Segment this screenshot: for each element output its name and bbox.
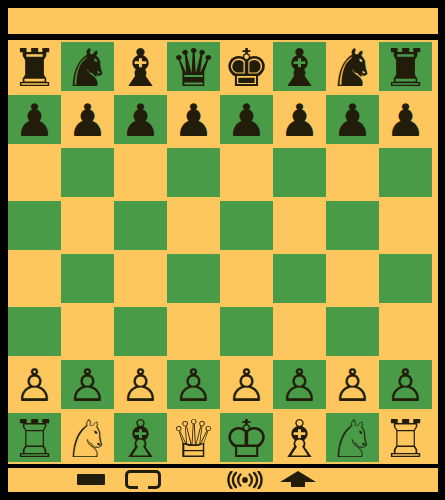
open-rectangle-notch xyxy=(138,486,148,489)
piece-black-queen[interactable]: ♛ xyxy=(170,42,217,94)
square-b5[interactable] xyxy=(61,199,114,252)
up-arrow-stem xyxy=(291,482,305,487)
piece-white-pawn[interactable]: ♙ xyxy=(67,363,107,408)
piece-black-bishop[interactable]: ♝ xyxy=(276,42,323,94)
square-d6[interactable] xyxy=(167,146,220,199)
piece-white-pawn[interactable]: ♙ xyxy=(385,363,425,408)
piece-black-rook[interactable]: ♜ xyxy=(382,42,429,94)
piece-white-pawn[interactable]: ♙ xyxy=(173,363,213,408)
square-h5[interactable] xyxy=(379,199,432,252)
sound-icon[interactable] xyxy=(227,471,263,489)
board-grid: ♜♞♝♛♚♝♞♜♟♟♟♟♟♟♟♟♙♙♙♙♙♙♙♙♖♘♗♕♔♗♘♖ xyxy=(8,40,432,464)
piece-black-rook[interactable]: ♜ xyxy=(11,42,58,94)
square-c1[interactable]: ♗ xyxy=(114,411,167,464)
piece-white-pawn[interactable]: ♙ xyxy=(279,363,319,408)
piece-black-pawn[interactable]: ♟ xyxy=(226,98,266,143)
square-e8[interactable]: ♚ xyxy=(220,40,273,93)
square-d1[interactable]: ♕ xyxy=(167,411,220,464)
square-e3[interactable] xyxy=(220,305,273,358)
square-b6[interactable] xyxy=(61,146,114,199)
square-f3[interactable] xyxy=(273,305,326,358)
open-rectangle-icon[interactable] xyxy=(125,470,161,489)
piece-white-pawn[interactable]: ♙ xyxy=(14,363,54,408)
square-c7[interactable]: ♟ xyxy=(114,93,167,146)
title-bar xyxy=(8,8,438,34)
square-a5[interactable] xyxy=(8,199,61,252)
piece-black-knight[interactable]: ♞ xyxy=(329,42,376,94)
square-a2[interactable]: ♙ xyxy=(8,358,61,411)
square-h2[interactable]: ♙ xyxy=(379,358,432,411)
square-h8[interactable]: ♜ xyxy=(379,40,432,93)
square-f1[interactable]: ♗ xyxy=(273,411,326,464)
square-c4[interactable] xyxy=(114,252,167,305)
piece-white-pawn[interactable]: ♙ xyxy=(226,363,266,408)
piece-black-knight[interactable]: ♞ xyxy=(64,42,111,94)
square-h1[interactable]: ♖ xyxy=(379,411,432,464)
square-c8[interactable]: ♝ xyxy=(114,40,167,93)
square-e6[interactable] xyxy=(220,146,273,199)
piece-white-rook[interactable]: ♖ xyxy=(11,413,58,465)
piece-black-pawn[interactable]: ♟ xyxy=(173,98,213,143)
piece-black-bishop[interactable]: ♝ xyxy=(117,42,164,94)
solid-rectangle-icon[interactable] xyxy=(77,474,105,485)
square-d8[interactable]: ♛ xyxy=(167,40,220,93)
square-b3[interactable] xyxy=(61,305,114,358)
piece-white-pawn[interactable]: ♙ xyxy=(120,363,160,408)
square-g3[interactable] xyxy=(326,305,379,358)
square-d5[interactable] xyxy=(167,199,220,252)
piece-black-pawn[interactable]: ♟ xyxy=(385,98,425,143)
piece-white-knight[interactable]: ♘ xyxy=(64,413,111,465)
square-h4[interactable] xyxy=(379,252,432,305)
square-g8[interactable]: ♞ xyxy=(326,40,379,93)
square-d2[interactable]: ♙ xyxy=(167,358,220,411)
console-frame: ♜♞♝♛♚♝♞♜♟♟♟♟♟♟♟♟♙♙♙♙♙♙♙♙♖♘♗♕♔♗♘♖ xyxy=(0,0,445,500)
piece-black-pawn[interactable]: ♟ xyxy=(332,98,372,143)
piece-black-pawn[interactable]: ♟ xyxy=(120,98,160,143)
square-e7[interactable]: ♟ xyxy=(220,93,273,146)
square-e1[interactable]: ♔ xyxy=(220,411,273,464)
square-a3[interactable] xyxy=(8,305,61,358)
square-g6[interactable] xyxy=(326,146,379,199)
square-f5[interactable] xyxy=(273,199,326,252)
square-f8[interactable]: ♝ xyxy=(273,40,326,93)
square-h7[interactable]: ♟ xyxy=(379,93,432,146)
piece-black-pawn[interactable]: ♟ xyxy=(67,98,107,143)
piece-white-bishop[interactable]: ♗ xyxy=(276,413,323,465)
square-f6[interactable] xyxy=(273,146,326,199)
piece-white-bishop[interactable]: ♗ xyxy=(117,413,164,465)
square-c2[interactable]: ♙ xyxy=(114,358,167,411)
piece-white-pawn[interactable]: ♙ xyxy=(332,363,372,408)
chess-board: ♜♞♝♛♚♝♞♜♟♟♟♟♟♟♟♟♙♙♙♙♙♙♙♙♖♘♗♕♔♗♘♖ xyxy=(8,40,438,464)
toolbar xyxy=(8,468,438,492)
square-e2[interactable]: ♙ xyxy=(220,358,273,411)
square-g2[interactable]: ♙ xyxy=(326,358,379,411)
square-b4[interactable] xyxy=(61,252,114,305)
square-f7[interactable]: ♟ xyxy=(273,93,326,146)
square-g5[interactable] xyxy=(326,199,379,252)
square-b8[interactable]: ♞ xyxy=(61,40,114,93)
square-g4[interactable] xyxy=(326,252,379,305)
square-g1[interactable]: ♘ xyxy=(326,411,379,464)
up-arrow-head xyxy=(280,471,316,482)
square-b1[interactable]: ♘ xyxy=(61,411,114,464)
square-a7[interactable]: ♟ xyxy=(8,93,61,146)
square-b7[interactable]: ♟ xyxy=(61,93,114,146)
square-d3[interactable] xyxy=(167,305,220,358)
piece-black-pawn[interactable]: ♟ xyxy=(279,98,319,143)
square-a4[interactable] xyxy=(8,252,61,305)
piece-black-king[interactable]: ♚ xyxy=(223,42,270,94)
square-c5[interactable] xyxy=(114,199,167,252)
piece-white-knight[interactable]: ♘ xyxy=(329,413,376,465)
square-f4[interactable] xyxy=(273,252,326,305)
square-d7[interactable]: ♟ xyxy=(167,93,220,146)
square-c6[interactable] xyxy=(114,146,167,199)
square-c3[interactable] xyxy=(114,305,167,358)
piece-white-rook[interactable]: ♖ xyxy=(382,413,429,465)
square-d4[interactable] xyxy=(167,252,220,305)
piece-white-king[interactable]: ♔ xyxy=(223,413,270,465)
square-e4[interactable] xyxy=(220,252,273,305)
square-h6[interactable] xyxy=(379,146,432,199)
square-h3[interactable] xyxy=(379,305,432,358)
square-a6[interactable] xyxy=(8,146,61,199)
piece-white-queen[interactable]: ♕ xyxy=(170,413,217,465)
up-arrow-icon[interactable] xyxy=(280,471,316,487)
square-a1[interactable]: ♖ xyxy=(8,411,61,464)
square-f2[interactable]: ♙ xyxy=(273,358,326,411)
square-a8[interactable]: ♜ xyxy=(8,40,61,93)
square-b2[interactable]: ♙ xyxy=(61,358,114,411)
square-e5[interactable] xyxy=(220,199,273,252)
square-g7[interactable]: ♟ xyxy=(326,93,379,146)
piece-black-pawn[interactable]: ♟ xyxy=(14,98,54,143)
